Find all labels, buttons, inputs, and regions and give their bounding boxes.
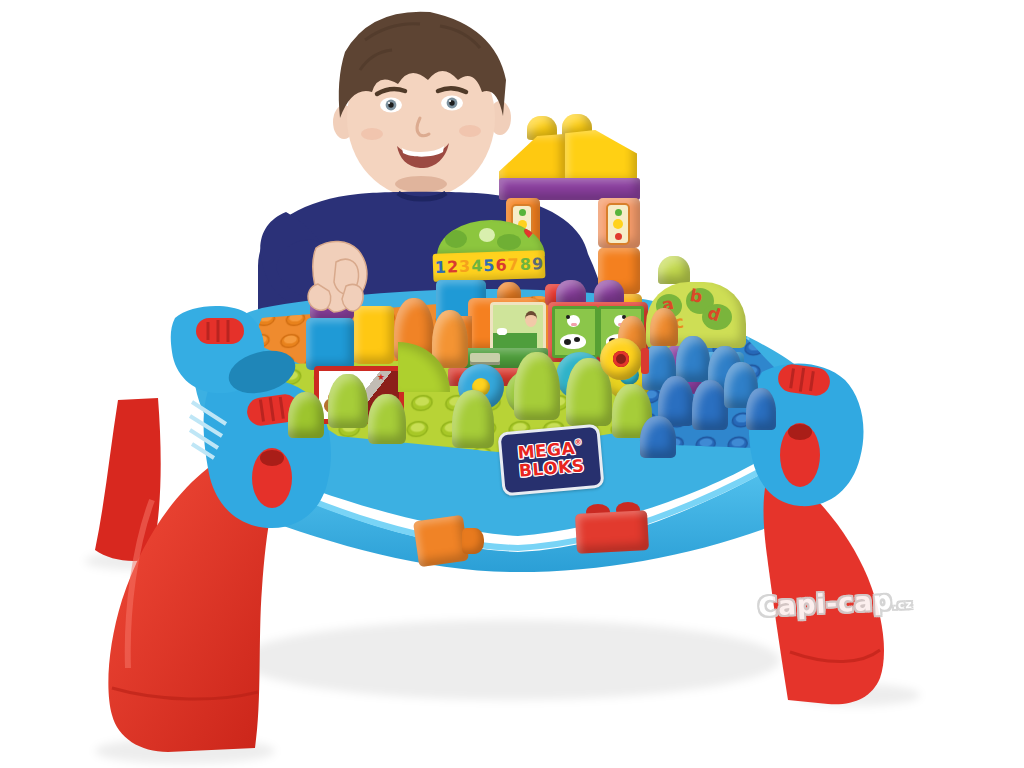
watermark-suffix: .cz: [892, 598, 913, 612]
boy-hand-overlay: [0, 0, 1024, 768]
product-photo: ♥ 1 2 3 4 5 6 7 8 9: [0, 0, 1024, 768]
boy-hand: [308, 241, 367, 312]
